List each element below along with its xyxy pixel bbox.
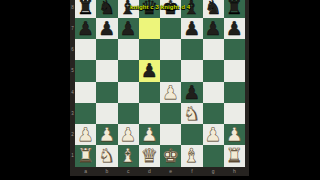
square-h5[interactable] bbox=[224, 60, 245, 81]
square-a3[interactable] bbox=[75, 103, 96, 124]
square-e1[interactable]: ♚ bbox=[160, 145, 181, 166]
file-label-d: d bbox=[139, 167, 160, 176]
square-d5[interactable]: ♟ bbox=[139, 60, 160, 81]
square-d4[interactable] bbox=[139, 82, 160, 103]
board-frame: 87654321 ♜♞♝♛♚♝♞♜♟♟♟♟♟♟♟♟♟♞♟♟♟♟♟♟♜♞♝♛♚♝♜… bbox=[70, 0, 249, 176]
piece-black-knight: ♞ bbox=[96, 0, 117, 18]
piece-black-pawn: ♟ bbox=[139, 60, 160, 81]
square-f5[interactable] bbox=[181, 60, 202, 81]
piece-black-rook: ♜ bbox=[224, 0, 245, 18]
square-g7[interactable]: ♟ bbox=[203, 18, 224, 39]
chess-board[interactable]: ♜♞♝♛♚♝♞♜♟♟♟♟♟♟♟♟♟♞♟♟♟♟♟♟♜♞♝♛♚♝♜ bbox=[75, 0, 245, 167]
square-b3[interactable] bbox=[96, 103, 117, 124]
piece-white-pawn: ♟ bbox=[118, 124, 139, 145]
square-c1[interactable]: ♝ bbox=[118, 145, 139, 166]
square-f6[interactable] bbox=[181, 39, 202, 60]
square-g8[interactable]: ♞ bbox=[203, 0, 224, 18]
piece-black-knight: ♞ bbox=[203, 0, 224, 18]
square-c4[interactable] bbox=[118, 82, 139, 103]
video-frame: 87654321 ♜♞♝♛♚♝♞♜♟♟♟♟♟♟♟♟♟♞♟♟♟♟♟♟♜♞♝♛♚♝♜… bbox=[0, 0, 320, 180]
square-a2[interactable]: ♟ bbox=[75, 124, 96, 145]
square-a6[interactable] bbox=[75, 39, 96, 60]
square-c5[interactable] bbox=[118, 60, 139, 81]
square-h6[interactable] bbox=[224, 39, 245, 60]
square-a7[interactable]: ♟ bbox=[75, 18, 96, 39]
square-g6[interactable] bbox=[203, 39, 224, 60]
square-a4[interactable] bbox=[75, 82, 96, 103]
square-c3[interactable] bbox=[118, 103, 139, 124]
piece-black-pawn: ♟ bbox=[96, 18, 117, 39]
square-e4[interactable]: ♟ bbox=[160, 82, 181, 103]
square-f4[interactable]: ♟ bbox=[181, 82, 202, 103]
square-b6[interactable] bbox=[96, 39, 117, 60]
piece-black-pawn: ♟ bbox=[75, 18, 96, 39]
piece-black-pawn: ♟ bbox=[224, 18, 245, 39]
file-label-h: h bbox=[224, 167, 245, 176]
square-g1[interactable] bbox=[203, 145, 224, 166]
square-f1[interactable]: ♝ bbox=[181, 145, 202, 166]
square-a1[interactable]: ♜ bbox=[75, 145, 96, 166]
square-d1[interactable]: ♛ bbox=[139, 145, 160, 166]
piece-white-knight: ♞ bbox=[96, 145, 117, 166]
file-label-e: e bbox=[160, 167, 181, 176]
square-a8[interactable]: ♜ bbox=[75, 0, 96, 18]
square-h8[interactable]: ♜ bbox=[224, 0, 245, 18]
piece-black-pawn: ♟ bbox=[118, 18, 139, 39]
piece-white-bishop: ♝ bbox=[118, 145, 139, 166]
piece-black-rook: ♜ bbox=[75, 0, 96, 18]
square-f2[interactable] bbox=[181, 124, 202, 145]
piece-white-pawn: ♟ bbox=[224, 124, 245, 145]
square-e2[interactable] bbox=[160, 124, 181, 145]
piece-black-pawn: ♟ bbox=[203, 18, 224, 39]
square-g5[interactable] bbox=[203, 60, 224, 81]
square-h4[interactable] bbox=[224, 82, 245, 103]
piece-white-pawn: ♟ bbox=[75, 124, 96, 145]
square-a5[interactable] bbox=[75, 60, 96, 81]
square-b8[interactable]: ♞ bbox=[96, 0, 117, 18]
square-c7[interactable]: ♟ bbox=[118, 18, 139, 39]
square-f3[interactable]: ♞ bbox=[181, 103, 202, 124]
file-labels: abcdefgh bbox=[75, 167, 245, 176]
file-label-g: g bbox=[203, 167, 224, 176]
square-f7[interactable]: ♟ bbox=[181, 18, 202, 39]
square-g3[interactable] bbox=[203, 103, 224, 124]
piece-white-king: ♚ bbox=[160, 145, 181, 166]
square-c6[interactable] bbox=[118, 39, 139, 60]
square-b7[interactable]: ♟ bbox=[96, 18, 117, 39]
file-label-f: f bbox=[181, 167, 202, 176]
piece-white-rook: ♜ bbox=[224, 145, 245, 166]
piece-white-pawn: ♟ bbox=[139, 124, 160, 145]
piece-white-rook: ♜ bbox=[75, 145, 96, 166]
square-d2[interactable]: ♟ bbox=[139, 124, 160, 145]
square-h1[interactable]: ♜ bbox=[224, 145, 245, 166]
caption-overlay: knight c 3 knight d 4 bbox=[130, 4, 190, 10]
square-d6[interactable] bbox=[139, 39, 160, 60]
square-d7[interactable] bbox=[139, 18, 160, 39]
square-d3[interactable] bbox=[139, 103, 160, 124]
piece-white-pawn: ♟ bbox=[160, 82, 181, 103]
square-g2[interactable]: ♟ bbox=[203, 124, 224, 145]
square-g4[interactable] bbox=[203, 82, 224, 103]
square-e5[interactable] bbox=[160, 60, 181, 81]
file-label-c: c bbox=[118, 167, 139, 176]
square-b4[interactable] bbox=[96, 82, 117, 103]
piece-black-pawn: ♟ bbox=[181, 18, 202, 39]
piece-white-pawn: ♟ bbox=[203, 124, 224, 145]
piece-white-knight: ♞ bbox=[181, 103, 202, 124]
piece-white-bishop: ♝ bbox=[181, 145, 202, 166]
square-b2[interactable]: ♟ bbox=[96, 124, 117, 145]
piece-white-pawn: ♟ bbox=[96, 124, 117, 145]
square-c2[interactable]: ♟ bbox=[118, 124, 139, 145]
square-h2[interactable]: ♟ bbox=[224, 124, 245, 145]
file-label-b: b bbox=[96, 167, 117, 176]
square-b5[interactable] bbox=[96, 60, 117, 81]
square-b1[interactable]: ♞ bbox=[96, 145, 117, 166]
square-h7[interactable]: ♟ bbox=[224, 18, 245, 39]
piece-white-queen: ♛ bbox=[139, 145, 160, 166]
square-e7[interactable] bbox=[160, 18, 181, 39]
square-e6[interactable] bbox=[160, 39, 181, 60]
square-e3[interactable] bbox=[160, 103, 181, 124]
piece-black-pawn: ♟ bbox=[181, 82, 202, 103]
square-h3[interactable] bbox=[224, 103, 245, 124]
file-label-a: a bbox=[75, 167, 96, 176]
